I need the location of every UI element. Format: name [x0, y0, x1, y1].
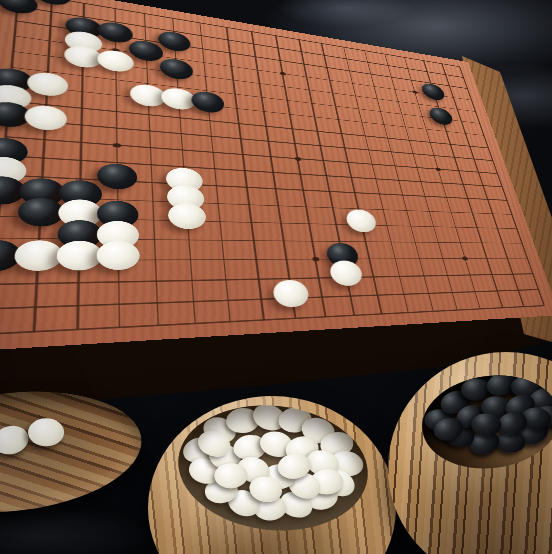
- white-stone-11-17: [328, 260, 364, 286]
- white-stone-9-18: [272, 279, 311, 307]
- white-stone-12-14: [344, 209, 378, 232]
- star-point: [462, 257, 468, 261]
- star-point: [294, 157, 301, 161]
- go-photo-scene: [0, 0, 552, 554]
- star-point: [113, 143, 121, 148]
- grid-line-horizontal: [0, 289, 539, 309]
- grid-line-vertical: [199, 23, 231, 322]
- lid-stone-white: [28, 418, 64, 446]
- black-stone-17-6: [427, 106, 454, 126]
- lid-stone-white: [0, 422, 32, 458]
- white-stone-4-16: [96, 241, 139, 270]
- white-stone-6-14: [168, 203, 207, 230]
- star-point: [435, 167, 441, 171]
- star-point: [279, 71, 285, 75]
- black-stone-2-14: [16, 198, 64, 228]
- white-stone-2-7: [26, 70, 68, 97]
- white-stone-2-16: [13, 240, 62, 271]
- white-stone-3-16: [56, 240, 102, 270]
- white-stone-2-9: [23, 104, 66, 132]
- grid-line-vertical: [226, 27, 265, 320]
- black-stone-7-7: [191, 90, 226, 114]
- black-stone-1-2: [0, 0, 38, 16]
- black-stone-4-12: [97, 163, 138, 190]
- bowl-stone-white: [214, 463, 247, 488]
- star-point: [312, 257, 320, 261]
- star-point: [412, 90, 418, 94]
